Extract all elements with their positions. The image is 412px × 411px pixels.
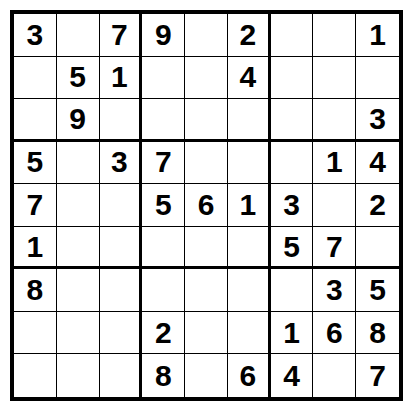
sudoku-cell-r7c3-empty[interactable] <box>100 269 143 312</box>
sudoku-cell-r9c7-given: 4 <box>271 354 314 397</box>
sudoku-cell-r3c4-empty[interactable] <box>142 99 185 142</box>
sudoku-cell-r1c5-empty[interactable] <box>185 14 228 57</box>
sudoku-cell-r2c4-empty[interactable] <box>142 57 185 100</box>
sudoku-cell-r9c5-empty[interactable] <box>185 354 228 397</box>
sudoku-cell-r1c1-given: 3 <box>14 14 57 57</box>
sudoku-cell-r3c7-empty[interactable] <box>271 99 314 142</box>
sudoku-cell-r7c1-given: 8 <box>14 269 57 312</box>
sudoku-cell-r5c6-given: 1 <box>228 184 271 227</box>
sudoku-cell-r4c8-given: 1 <box>313 142 356 185</box>
sudoku-cell-r3c6-empty[interactable] <box>228 99 271 142</box>
sudoku-cell-r1c2-empty[interactable] <box>57 14 100 57</box>
sudoku-cell-r6c7-given: 5 <box>271 227 314 270</box>
sudoku-cell-r9c1-empty[interactable] <box>14 354 57 397</box>
sudoku-cell-r9c4-given: 8 <box>142 354 185 397</box>
sudoku-cell-r8c7-given: 1 <box>271 312 314 355</box>
sudoku-cell-r3c1-empty[interactable] <box>14 99 57 142</box>
sudoku-cell-r6c4-empty[interactable] <box>142 227 185 270</box>
sudoku-cell-r8c3-empty[interactable] <box>100 312 143 355</box>
sudoku-cell-r5c2-empty[interactable] <box>57 184 100 227</box>
sudoku-cell-r7c8-given: 3 <box>313 269 356 312</box>
sudoku-cell-r6c2-empty[interactable] <box>57 227 100 270</box>
sudoku-cell-r8c6-empty[interactable] <box>228 312 271 355</box>
sudoku-cell-r1c7-empty[interactable] <box>271 14 314 57</box>
sudoku-cell-r8c1-empty[interactable] <box>14 312 57 355</box>
sudoku-cell-r1c4-given: 9 <box>142 14 185 57</box>
sudoku-cell-r9c3-empty[interactable] <box>100 354 143 397</box>
sudoku-cell-r2c1-empty[interactable] <box>14 57 57 100</box>
sudoku-cell-r2c3-given: 1 <box>100 57 143 100</box>
sudoku-cell-r7c5-empty[interactable] <box>185 269 228 312</box>
sudoku-cell-r5c1-given: 7 <box>14 184 57 227</box>
sudoku-cell-r6c9-empty[interactable] <box>356 227 399 270</box>
sudoku-cell-r9c2-empty[interactable] <box>57 354 100 397</box>
sudoku-cell-r9c9-given: 7 <box>356 354 399 397</box>
sudoku-cell-r2c6-given: 4 <box>228 57 271 100</box>
sudoku-cell-r8c5-empty[interactable] <box>185 312 228 355</box>
sudoku-cell-r4c2-empty[interactable] <box>57 142 100 185</box>
sudoku-cell-r2c5-empty[interactable] <box>185 57 228 100</box>
sudoku-cell-r4c5-empty[interactable] <box>185 142 228 185</box>
sudoku-cell-r5c5-given: 6 <box>185 184 228 227</box>
sudoku-cell-r6c1-given: 1 <box>14 227 57 270</box>
sudoku-cell-r6c6-empty[interactable] <box>228 227 271 270</box>
sudoku-cell-r2c7-empty[interactable] <box>271 57 314 100</box>
sudoku-cell-r4c4-given: 7 <box>142 142 185 185</box>
sudoku-cell-r7c9-given: 5 <box>356 269 399 312</box>
sudoku-cell-r4c3-given: 3 <box>100 142 143 185</box>
sudoku-cell-r9c8-empty[interactable] <box>313 354 356 397</box>
sudoku-board: 37921514935371475613215783521688647 <box>10 10 403 401</box>
sudoku-cell-r3c9-given: 3 <box>356 99 399 142</box>
sudoku-cell-r2c9-empty[interactable] <box>356 57 399 100</box>
sudoku-cell-r6c5-empty[interactable] <box>185 227 228 270</box>
sudoku-cell-r5c7-given: 3 <box>271 184 314 227</box>
sudoku-cell-r5c8-empty[interactable] <box>313 184 356 227</box>
sudoku-cell-r4c1-given: 5 <box>14 142 57 185</box>
sudoku-cell-r1c3-given: 7 <box>100 14 143 57</box>
sudoku-cell-r1c8-empty[interactable] <box>313 14 356 57</box>
sudoku-cell-r3c5-empty[interactable] <box>185 99 228 142</box>
sudoku-cell-r2c2-given: 5 <box>57 57 100 100</box>
sudoku-cell-r3c3-empty[interactable] <box>100 99 143 142</box>
sudoku-cell-r8c9-given: 8 <box>356 312 399 355</box>
sudoku-cell-r3c2-given: 9 <box>57 99 100 142</box>
sudoku-cell-r4c6-empty[interactable] <box>228 142 271 185</box>
sudoku-cell-r5c4-given: 5 <box>142 184 185 227</box>
sudoku-cell-r1c6-given: 2 <box>228 14 271 57</box>
sudoku-cell-r8c8-given: 6 <box>313 312 356 355</box>
sudoku-cell-r5c3-empty[interactable] <box>100 184 143 227</box>
sudoku-cell-r7c2-empty[interactable] <box>57 269 100 312</box>
sudoku-cell-r8c4-given: 2 <box>142 312 185 355</box>
sudoku-cell-r7c6-empty[interactable] <box>228 269 271 312</box>
sudoku-cell-r2c8-empty[interactable] <box>313 57 356 100</box>
sudoku-cell-r6c3-empty[interactable] <box>100 227 143 270</box>
sudoku-cell-r8c2-empty[interactable] <box>57 312 100 355</box>
sudoku-cell-r4c9-given: 4 <box>356 142 399 185</box>
sudoku-cell-r5c9-given: 2 <box>356 184 399 227</box>
sudoku-cell-r6c8-given: 7 <box>313 227 356 270</box>
sudoku-cell-r3c8-empty[interactable] <box>313 99 356 142</box>
sudoku-cell-r7c7-empty[interactable] <box>271 269 314 312</box>
sudoku-cell-r9c6-given: 6 <box>228 354 271 397</box>
sudoku-cell-r7c4-empty[interactable] <box>142 269 185 312</box>
sudoku-cell-r1c9-given: 1 <box>356 14 399 57</box>
sudoku-cell-r4c7-empty[interactable] <box>271 142 314 185</box>
